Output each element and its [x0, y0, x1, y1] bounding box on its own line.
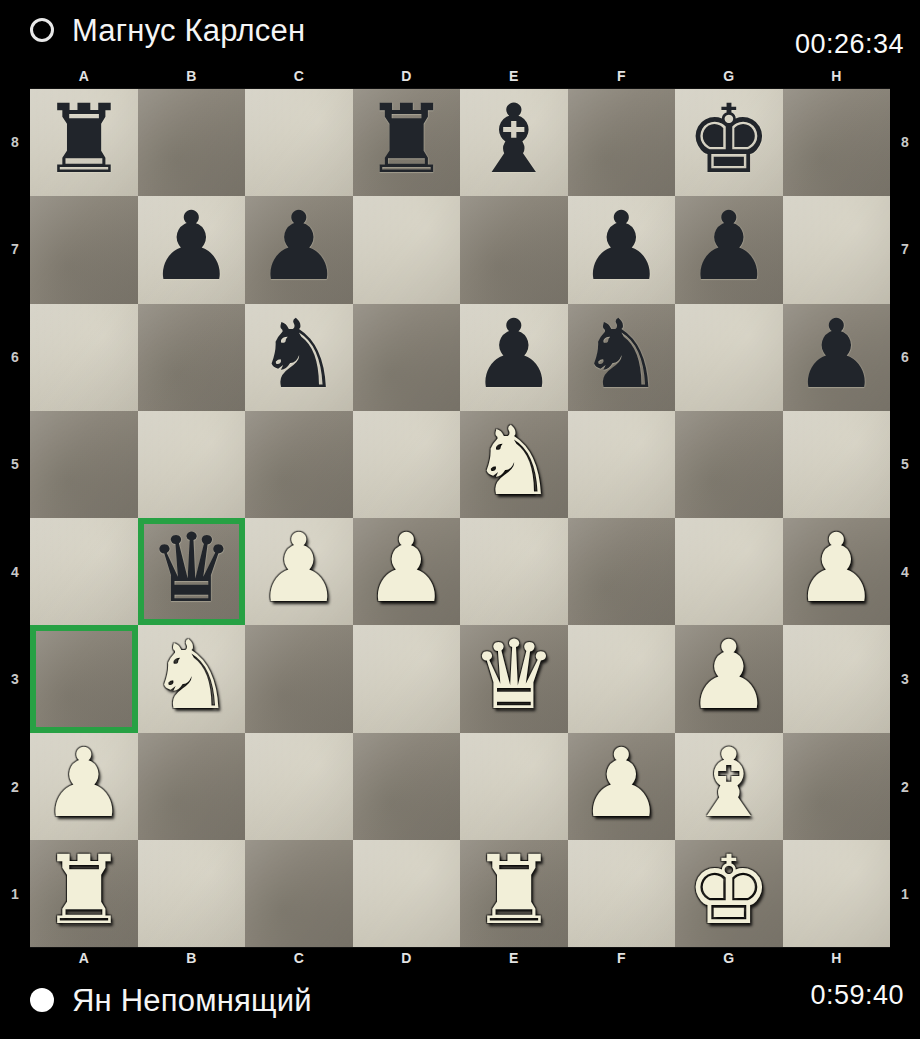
piece-white-pawn: ♟ — [568, 730, 676, 837]
square-g7[interactable]: ♟ — [675, 196, 783, 303]
file-label-a: A — [30, 948, 138, 968]
square-c4[interactable]: ♟ — [245, 518, 353, 625]
piece-white-queen: ♛ — [460, 622, 568, 729]
square-b8[interactable] — [138, 89, 246, 196]
square-c1[interactable] — [245, 840, 353, 947]
square-g3[interactable]: ♟ — [675, 625, 783, 732]
square-f4[interactable] — [568, 518, 676, 625]
file-label-f: F — [568, 66, 676, 86]
square-f7[interactable]: ♟ — [568, 196, 676, 303]
bottom-player-name: Ян Непомнящий — [72, 983, 312, 1019]
file-label-f: F — [568, 948, 676, 968]
square-b1[interactable] — [138, 840, 246, 947]
file-label-g: G — [675, 66, 783, 86]
piece-white-bishop: ♝ — [675, 730, 783, 837]
piece-white-pawn: ♟ — [30, 730, 138, 837]
file-label-b: B — [138, 66, 246, 86]
piece-black-pawn: ♟ — [460, 301, 568, 408]
square-h5[interactable] — [783, 411, 891, 518]
black-player-color-icon — [30, 18, 54, 42]
square-a3[interactable] — [30, 625, 138, 732]
square-e6[interactable]: ♟ — [460, 304, 568, 411]
file-label-e: E — [460, 948, 568, 968]
square-c3[interactable] — [245, 625, 353, 732]
square-d4[interactable]: ♟ — [353, 518, 461, 625]
file-label-h: H — [783, 66, 891, 86]
square-g4[interactable] — [675, 518, 783, 625]
bottom-player-bar: Ян Непомнящий 0:59:40 — [0, 968, 920, 1039]
file-label-c: C — [245, 948, 353, 968]
square-g1[interactable]: ♚ — [675, 840, 783, 947]
square-g6[interactable] — [675, 304, 783, 411]
piece-white-knight: ♞ — [138, 622, 246, 729]
file-labels-top: ABCDEFGH — [30, 66, 890, 86]
square-a8[interactable]: ♜ — [30, 89, 138, 196]
square-a4[interactable] — [30, 518, 138, 625]
square-e7[interactable] — [460, 196, 568, 303]
square-b4[interactable]: ♛ — [138, 518, 246, 625]
file-label-c: C — [245, 66, 353, 86]
square-e3[interactable]: ♛ — [460, 625, 568, 732]
rank-label-2: 2 — [890, 733, 920, 841]
chess-app-screen: { "game": "chess", "position": { "fen": … — [0, 0, 920, 1039]
rank-label-3: 3 — [0, 626, 30, 734]
rank-label-8: 8 — [0, 88, 30, 196]
rank-labels-left: 87654321 — [0, 88, 30, 948]
piece-black-knight: ♞ — [568, 301, 676, 408]
square-a7[interactable] — [30, 196, 138, 303]
piece-black-queen: ♛ — [138, 515, 246, 622]
square-d5[interactable] — [353, 411, 461, 518]
square-c2[interactable] — [245, 733, 353, 840]
square-a2[interactable]: ♟ — [30, 733, 138, 840]
square-c7[interactable]: ♟ — [245, 196, 353, 303]
rank-label-3: 3 — [890, 626, 920, 734]
piece-white-rook: ♜ — [460, 837, 568, 944]
rank-label-2: 2 — [0, 733, 30, 841]
rank-label-6: 6 — [0, 303, 30, 411]
piece-black-bishop: ♝ — [460, 86, 568, 193]
square-e5[interactable]: ♞ — [460, 411, 568, 518]
piece-white-knight: ♞ — [460, 408, 568, 515]
square-c5[interactable] — [245, 411, 353, 518]
piece-white-pawn: ♟ — [675, 622, 783, 729]
top-player-clock: 00:26:34 — [795, 29, 904, 60]
rank-label-5: 5 — [0, 411, 30, 519]
piece-black-pawn: ♟ — [675, 193, 783, 300]
square-c6[interactable]: ♞ — [245, 304, 353, 411]
square-h1[interactable] — [783, 840, 891, 947]
square-e1[interactable]: ♜ — [460, 840, 568, 947]
square-f1[interactable] — [568, 840, 676, 947]
file-label-d: D — [353, 66, 461, 86]
rank-label-7: 7 — [890, 196, 920, 304]
file-label-h: H — [783, 948, 891, 968]
file-label-d: D — [353, 948, 461, 968]
bottom-player-clock: 0:59:40 — [810, 980, 904, 1011]
piece-white-pawn: ♟ — [353, 515, 461, 622]
square-a1[interactable]: ♜ — [30, 840, 138, 947]
square-a5[interactable] — [30, 411, 138, 518]
piece-black-pawn: ♟ — [568, 193, 676, 300]
piece-black-pawn: ♟ — [783, 301, 891, 408]
piece-white-pawn: ♟ — [783, 515, 891, 622]
square-e2[interactable] — [460, 733, 568, 840]
rank-label-5: 5 — [890, 411, 920, 519]
square-f5[interactable] — [568, 411, 676, 518]
file-labels-bottom: ABCDEFGH — [30, 948, 890, 968]
file-label-b: B — [138, 948, 246, 968]
square-f3[interactable] — [568, 625, 676, 732]
square-g5[interactable] — [675, 411, 783, 518]
square-b6[interactable] — [138, 304, 246, 411]
square-b2[interactable] — [138, 733, 246, 840]
rank-label-8: 8 — [890, 88, 920, 196]
square-h8[interactable] — [783, 89, 891, 196]
square-b5[interactable] — [138, 411, 246, 518]
square-d3[interactable] — [353, 625, 461, 732]
piece-black-knight: ♞ — [245, 301, 353, 408]
top-player-bar: Магнус Карлсен 00:26:34 — [0, 0, 920, 68]
square-d2[interactable] — [353, 733, 461, 840]
file-label-g: G — [675, 948, 783, 968]
top-player-name: Магнус Карлсен — [72, 13, 305, 49]
rank-label-4: 4 — [0, 518, 30, 626]
square-b3[interactable]: ♞ — [138, 625, 246, 732]
rank-labels-right: 87654321 — [890, 88, 920, 948]
square-h7[interactable] — [783, 196, 891, 303]
rank-label-4: 4 — [890, 518, 920, 626]
piece-black-pawn: ♟ — [245, 193, 353, 300]
square-h2[interactable] — [783, 733, 891, 840]
piece-black-pawn: ♟ — [138, 193, 246, 300]
square-d8[interactable]: ♜ — [353, 89, 461, 196]
square-g2[interactable]: ♝ — [675, 733, 783, 840]
piece-black-rook: ♜ — [30, 86, 138, 193]
piece-black-rook: ♜ — [353, 86, 461, 193]
white-player-color-icon — [30, 988, 54, 1012]
square-h3[interactable] — [783, 625, 891, 732]
file-label-a: A — [30, 66, 138, 86]
piece-white-pawn: ♟ — [245, 515, 353, 622]
square-e8[interactable]: ♝ — [460, 89, 568, 196]
piece-black-king: ♚ — [675, 86, 783, 193]
rank-label-1: 1 — [890, 841, 920, 949]
rank-label-6: 6 — [890, 303, 920, 411]
square-h4[interactable]: ♟ — [783, 518, 891, 625]
rank-label-1: 1 — [0, 841, 30, 949]
square-d1[interactable] — [353, 840, 461, 947]
square-g8[interactable]: ♚ — [675, 89, 783, 196]
square-d6[interactable] — [353, 304, 461, 411]
square-h6[interactable]: ♟ — [783, 304, 891, 411]
rank-label-7: 7 — [0, 196, 30, 304]
square-f6[interactable]: ♞ — [568, 304, 676, 411]
square-c8[interactable] — [245, 89, 353, 196]
file-label-e: E — [460, 66, 568, 86]
chess-board: ♜♜♝♚♟♟♟♟♞♟♞♟♞♛♟♟♟♞♛♟♟♟♝♜♜♚ — [30, 88, 890, 948]
piece-white-king: ♚ — [675, 837, 783, 944]
square-b7[interactable]: ♟ — [138, 196, 246, 303]
square-a6[interactable] — [30, 304, 138, 411]
square-d7[interactable] — [353, 196, 461, 303]
square-f8[interactable] — [568, 89, 676, 196]
square-f2[interactable]: ♟ — [568, 733, 676, 840]
piece-white-rook: ♜ — [30, 837, 138, 944]
square-e4[interactable] — [460, 518, 568, 625]
